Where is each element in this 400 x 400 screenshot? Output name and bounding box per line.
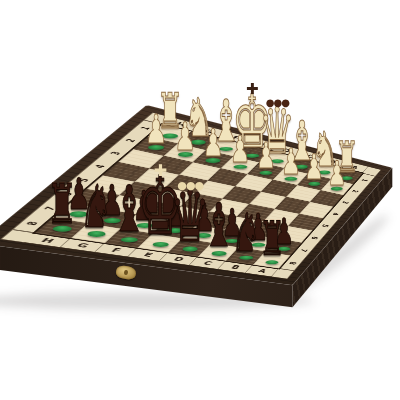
- queen-ball-finials: ●●●: [266, 98, 289, 108]
- king-cross-finial: ✚: [154, 163, 167, 179]
- queen-ball-finials: ●●●: [177, 179, 203, 190]
- piece-glyph: ♟: [281, 144, 301, 178]
- piece-glyph: ♟: [256, 139, 276, 173]
- scene: HHGGFFEEDDCCBBAA1122334455667788 ♜♞♝♛●●●…: [0, 0, 400, 400]
- piece-white-pawn-a2[interactable]: ♟: [322, 157, 352, 189]
- piece-glyph: ♟: [145, 110, 167, 148]
- piece-glyph: ♜: [259, 217, 285, 262]
- piece-glyph: ♟: [328, 157, 347, 189]
- piece-glyph: ♟: [230, 132, 251, 167]
- piece-glyph: ♟: [203, 125, 224, 161]
- piece-glyph: ♟: [174, 118, 196, 155]
- king-cross-finial: ✚: [246, 82, 259, 97]
- piece-black-rook-a8[interactable]: ♜: [251, 217, 293, 262]
